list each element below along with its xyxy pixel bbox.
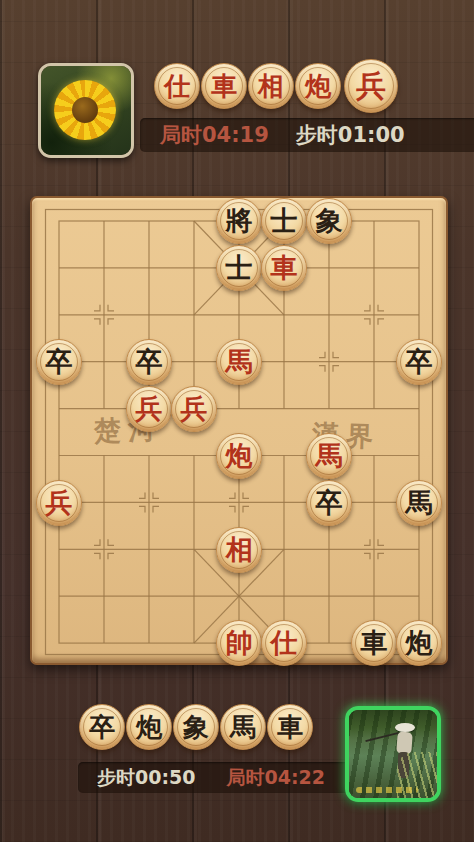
move-timer: 步时00:50: [97, 765, 195, 791]
captured-piece: 卒: [79, 704, 125, 750]
player-captured-tray: 卒炮象馬車: [79, 703, 314, 751]
photo-watermark: [356, 787, 418, 793]
move-timer: 步时01:00: [296, 121, 405, 149]
fisherman-body-shape: [396, 732, 412, 755]
player-timer-bar: 步时00:50局时04:22: [78, 762, 353, 793]
sunflower-photo: [41, 66, 131, 155]
board-piece[interactable]: 炮: [396, 620, 442, 666]
game-timer: 局时04:19: [160, 121, 269, 149]
opponent-avatar[interactable]: [38, 63, 134, 158]
board-piece[interactable]: 馬: [216, 339, 262, 385]
board-piece[interactable]: 卒: [36, 339, 82, 385]
captured-piece: 炮: [126, 704, 172, 750]
opponent-timer-bar: 局时04:19步时01:00: [140, 118, 474, 152]
board-piece[interactable]: 士: [216, 245, 262, 291]
board-piece[interactable]: 帥: [216, 620, 262, 666]
piece-grid: 將士象士車卒卒馬卒兵兵炮馬兵卒馬相帥仕車炮: [36, 198, 441, 667]
board-piece[interactable]: 將: [216, 198, 262, 244]
board-piece[interactable]: 兵: [36, 480, 82, 526]
board-piece[interactable]: 相: [216, 527, 262, 573]
board-piece[interactable]: 馬: [396, 480, 442, 526]
board-piece[interactable]: 卒: [396, 339, 442, 385]
captured-piece: 車: [201, 63, 247, 109]
captured-piece: 車: [267, 704, 313, 750]
fisherman-photo: [349, 710, 437, 798]
board-piece[interactable]: 士: [261, 198, 307, 244]
board-piece[interactable]: 卒: [126, 339, 172, 385]
captured-piece: 馬: [220, 704, 266, 750]
xiangqi-board[interactable]: 楚河 漢界 將士象士車卒卒馬卒兵兵炮馬兵卒馬相帥仕車炮: [30, 196, 448, 665]
captured-piece: 炮: [295, 63, 341, 109]
sunflower-icon: [54, 80, 116, 140]
xiangqi-game-screen: { "game": "xiangqi", "position": "4kab2/…: [0, 0, 474, 842]
board-piece[interactable]: 兵: [171, 386, 217, 432]
board-piece[interactable]: 仕: [261, 620, 307, 666]
board-piece[interactable]: 馬: [306, 433, 352, 479]
fishing-rod-shape: [365, 732, 398, 742]
board-piece[interactable]: 象: [306, 198, 352, 244]
board-piece[interactable]: 兵: [126, 386, 172, 432]
board-piece[interactable]: 車: [351, 620, 397, 666]
board-piece[interactable]: 炮: [216, 433, 262, 479]
board-piece[interactable]: 卒: [306, 480, 352, 526]
captured-piece: 兵: [344, 59, 398, 113]
fisherman-hat-shape: [395, 723, 415, 732]
captured-piece: 仕: [154, 63, 200, 109]
player-avatar[interactable]: [345, 706, 441, 802]
game-timer: 局时04:22: [226, 765, 324, 791]
board-piece[interactable]: 車: [261, 245, 307, 291]
captured-piece: 相: [248, 63, 294, 109]
captured-piece: 象: [173, 704, 219, 750]
opponent-captured-tray: 仕車相炮兵: [154, 58, 399, 114]
